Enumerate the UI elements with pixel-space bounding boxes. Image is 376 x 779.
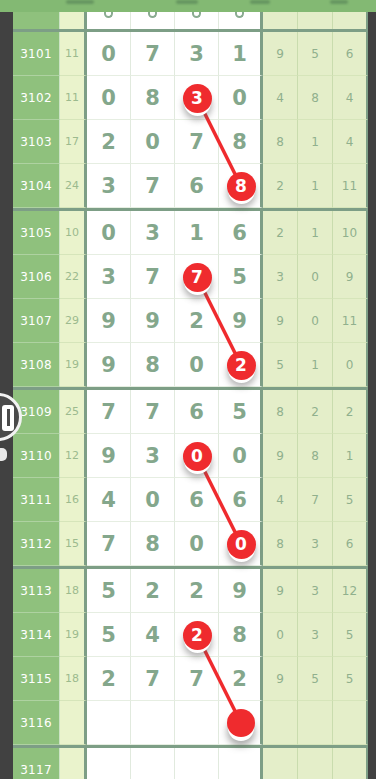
trend-table: 3101110731956310211083048431031720788143… [13, 12, 368, 779]
sum-cell: 22 [60, 255, 87, 299]
digit-cell: 2 [175, 569, 219, 613]
issue-cell: 3101 [13, 32, 60, 76]
digit-cell: 0 [87, 76, 131, 120]
stat-cell: 2 [333, 390, 368, 434]
stat-cell: 4 [263, 478, 298, 522]
digit-cell: 8 [131, 343, 175, 387]
stat-cell [263, 748, 298, 779]
issue-cell: 3107 [13, 299, 60, 343]
stat-cell [333, 12, 368, 29]
digit-cell: 6 [219, 211, 263, 255]
stat-cell [333, 701, 368, 745]
issue-cell: 3105 [13, 211, 60, 255]
issue-cell: 3114 [13, 613, 60, 657]
sum-cell: 17 [60, 120, 87, 164]
digit-cell: 7 [175, 657, 219, 701]
digit-cell: 6 [175, 478, 219, 522]
stat-cell: 8 [263, 390, 298, 434]
sum-cell [60, 748, 87, 779]
digit-cell: 6 [175, 390, 219, 434]
highlight-circle: 7 [183, 263, 212, 292]
stat-cell: 6 [333, 32, 368, 76]
stat-cell: 8 [298, 434, 333, 478]
stat-cell: 11 [333, 164, 368, 208]
issue-cell: 3108 [13, 343, 60, 387]
digit-cell: 2 [87, 120, 131, 164]
issue-cell: 3103 [13, 120, 60, 164]
stat-cell: 12 [333, 569, 368, 613]
digit-cell: 3 [131, 211, 175, 255]
digit-cell: 2 [131, 569, 175, 613]
stat-cell: 9 [263, 434, 298, 478]
stat-cell: 9 [263, 299, 298, 343]
sum-cell: 18 [60, 569, 87, 613]
clipped-header-text [176, 0, 198, 4]
digit-cell [219, 748, 263, 779]
digit-cell [87, 748, 131, 779]
highlight-circle: 2 [227, 351, 256, 380]
sum-cell: 18 [60, 657, 87, 701]
issue-cell: 3104 [13, 164, 60, 208]
stat-cell: 8 [263, 522, 298, 566]
issue-cell: 3113 [13, 569, 60, 613]
highlight-circle: 0 [183, 442, 212, 471]
digit-cell: 0 [219, 76, 263, 120]
info-badge-icon [2, 405, 14, 431]
clipped-digit-bottom [235, 11, 244, 18]
digit-cell [87, 701, 131, 745]
digit-cell: 5 [87, 569, 131, 613]
stat-cell: 1 [298, 211, 333, 255]
sum-cell: 15 [60, 522, 87, 566]
sum-cell [60, 701, 87, 745]
stat-cell: 3 [298, 569, 333, 613]
stat-cell: 1 [298, 164, 333, 208]
digit-cell: 4 [131, 613, 175, 657]
sum-cell [60, 12, 87, 29]
digit-cell: 0 [131, 478, 175, 522]
stat-cell [298, 701, 333, 745]
highlight-circle: 3 [183, 84, 212, 113]
digit-cell: 7 [131, 255, 175, 299]
stat-cell: 0 [333, 343, 368, 387]
sum-cell: 16 [60, 478, 87, 522]
stat-cell: 3 [298, 613, 333, 657]
digit-cell: 8 [219, 120, 263, 164]
sum-cell: 24 [60, 164, 87, 208]
top-strip [0, 0, 376, 12]
digit-cell: 1 [175, 211, 219, 255]
highlight-circle: 8 [227, 172, 256, 201]
clipped-digit-bottom [104, 11, 113, 18]
stat-cell [298, 748, 333, 779]
stat-cell [333, 748, 368, 779]
highlight-circle: 0 [227, 530, 256, 559]
issue-cell [13, 12, 60, 29]
digit-cell: 3 [87, 164, 131, 208]
stat-cell: 5 [298, 657, 333, 701]
digit-cell: 7 [175, 120, 219, 164]
stat-cell: 3 [298, 522, 333, 566]
digit-cell: 0 [131, 120, 175, 164]
stat-cell: 5 [333, 613, 368, 657]
sum-cell: 29 [60, 299, 87, 343]
digit-cell: 9 [131, 299, 175, 343]
issue-cell: 3110 [13, 434, 60, 478]
stat-cell: 0 [298, 299, 333, 343]
stat-cell: 1 [333, 434, 368, 478]
digit-cell: 7 [131, 164, 175, 208]
sum-cell: 11 [60, 32, 87, 76]
digit-cell: 3 [87, 255, 131, 299]
stat-cell: 9 [333, 255, 368, 299]
clipped-digit-bottom [148, 11, 157, 18]
digit-cell [131, 12, 175, 29]
digit-cell: 5 [219, 255, 263, 299]
highlight-circle: 2 [183, 621, 212, 650]
issue-cell: 3117 [13, 748, 60, 779]
digit-cell: 7 [87, 522, 131, 566]
stat-cell: 9 [263, 32, 298, 76]
stat-cell: 1 [298, 120, 333, 164]
digit-cell: 9 [87, 299, 131, 343]
sum-cell: 25 [60, 390, 87, 434]
stat-cell: 2 [263, 164, 298, 208]
stat-cell: 2 [263, 211, 298, 255]
stat-cell: 4 [333, 76, 368, 120]
floating-widget-tab[interactable] [0, 448, 7, 461]
sum-cell: 19 [60, 343, 87, 387]
stat-cell: 6 [333, 522, 368, 566]
digit-cell: 3 [131, 434, 175, 478]
digit-cell: 0 [175, 522, 219, 566]
digit-cell: 8 [131, 76, 175, 120]
stat-cell: 5 [263, 343, 298, 387]
digit-cell [175, 748, 219, 779]
clipped-digit-bottom [192, 11, 201, 18]
stat-cell [263, 12, 298, 29]
issue-cell: 3102 [13, 76, 60, 120]
digit-cell: 7 [131, 390, 175, 434]
digit-cell: 5 [87, 613, 131, 657]
stat-cell: 2 [298, 390, 333, 434]
digit-cell: 9 [219, 299, 263, 343]
issue-cell: 3111 [13, 478, 60, 522]
stat-cell [263, 701, 298, 745]
issue-cell: 3106 [13, 255, 60, 299]
stat-cell: 5 [333, 657, 368, 701]
clipped-header-text [66, 0, 94, 4]
stat-cell: 10 [333, 211, 368, 255]
digit-cell [131, 701, 175, 745]
stat-cell: 0 [298, 255, 333, 299]
digit-cell: 0 [87, 32, 131, 76]
stat-cell: 3 [263, 255, 298, 299]
digit-cell: 5 [219, 390, 263, 434]
clipped-header-text [330, 0, 348, 4]
stat-cell: 1 [298, 343, 333, 387]
digit-cell: 4 [87, 478, 131, 522]
digit-cell: 8 [131, 522, 175, 566]
digit-cell: 0 [175, 343, 219, 387]
digit-cell: 3 [175, 32, 219, 76]
digit-cell: 0 [219, 434, 263, 478]
digit-cell [175, 12, 219, 29]
digit-cell: 9 [219, 569, 263, 613]
digit-cell [131, 748, 175, 779]
sum-cell: 19 [60, 613, 87, 657]
digit-cell: 6 [175, 164, 219, 208]
issue-cell: 3116 [13, 701, 60, 745]
stat-cell: 4 [333, 120, 368, 164]
digit-cell: 2 [87, 657, 131, 701]
info-icon-bar [7, 409, 10, 426]
issue-cell: 3112 [13, 522, 60, 566]
stat-cell: 7 [298, 478, 333, 522]
issue-cell: 3115 [13, 657, 60, 701]
stat-cell: 5 [298, 32, 333, 76]
digit-cell: 6 [219, 478, 263, 522]
digit-cell: 1 [219, 32, 263, 76]
stat-cell: 4 [263, 76, 298, 120]
digit-cell [175, 701, 219, 745]
clipped-header-text [250, 0, 270, 4]
digit-cell [87, 12, 131, 29]
digit-cell: 0 [87, 211, 131, 255]
stat-cell: 5 [333, 478, 368, 522]
digit-cell: 8 [219, 613, 263, 657]
stat-cell: 11 [333, 299, 368, 343]
stat-cell: 8 [298, 76, 333, 120]
stat-cell: 8 [263, 120, 298, 164]
sum-cell: 12 [60, 434, 87, 478]
stat-cell [298, 12, 333, 29]
digit-cell: 2 [219, 657, 263, 701]
digit-cell [219, 12, 263, 29]
digit-cell: 9 [87, 434, 131, 478]
stat-cell: 9 [263, 569, 298, 613]
digit-cell: 2 [175, 299, 219, 343]
digit-cell: 7 [87, 390, 131, 434]
stat-cell: 9 [263, 657, 298, 701]
pending-dot [227, 709, 255, 737]
digit-cell: 7 [131, 657, 175, 701]
sum-cell: 10 [60, 211, 87, 255]
digit-cell: 9 [87, 343, 131, 387]
digit-cell: 7 [131, 32, 175, 76]
sum-cell: 11 [60, 76, 87, 120]
stat-cell: 0 [263, 613, 298, 657]
